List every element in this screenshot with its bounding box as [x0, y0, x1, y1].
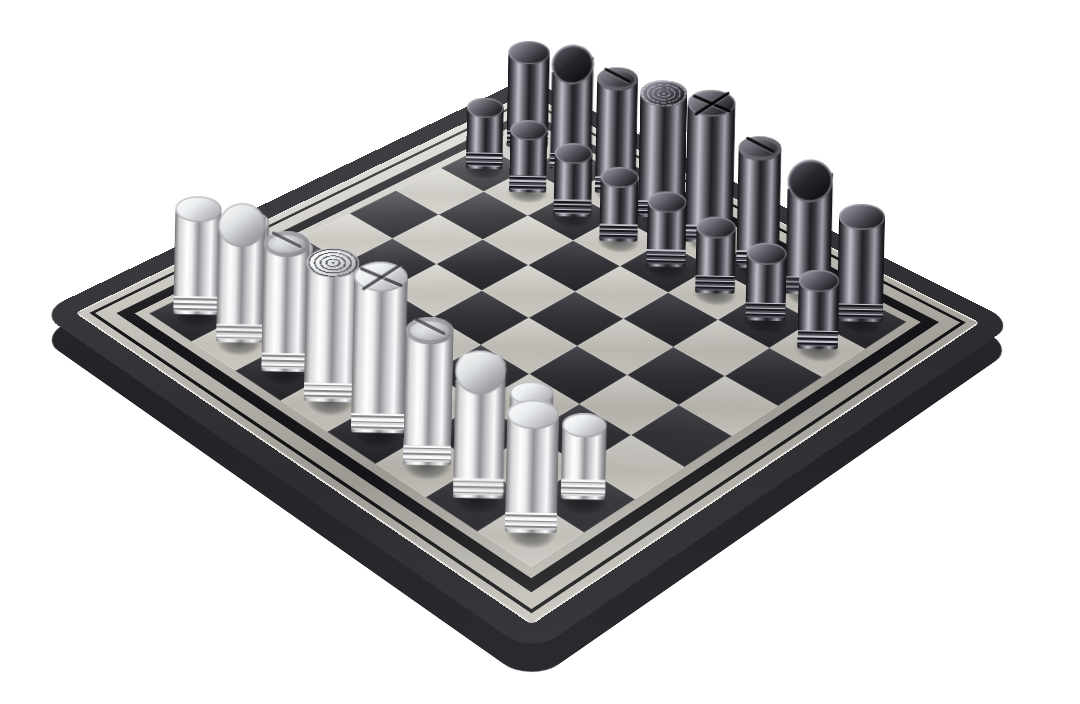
piece-base-rings — [453, 477, 504, 495]
white-rook[interactable] — [505, 399, 560, 533]
queen-concentric-rings — [640, 80, 687, 107]
board-3d-plane — [39, 78, 1015, 654]
queen-concentric-rings — [306, 247, 359, 278]
piece-top-cap — [406, 316, 454, 344]
black-pawn[interactable] — [797, 269, 839, 349]
piece-top-cap — [507, 399, 559, 429]
white-king[interactable] — [351, 261, 408, 433]
white-pawn[interactable] — [561, 412, 607, 499]
piece-base-rings — [261, 352, 307, 368]
white-knight[interactable] — [216, 209, 266, 342]
piece-top-cap — [738, 136, 781, 161]
piece-top-cap — [467, 97, 504, 118]
piece-base-rings — [797, 330, 838, 346]
product-photo — [0, 0, 1080, 704]
piece-top-cap — [264, 230, 310, 256]
white-rook[interactable] — [173, 195, 222, 314]
white-knight[interactable] — [452, 353, 506, 498]
piece-top-cap — [562, 412, 607, 438]
white-bishop[interactable] — [261, 230, 309, 372]
piece-top-cap — [175, 195, 222, 222]
playing-field — [78, 94, 977, 622]
board-tip-wrapper — [0, 0, 1080, 704]
piece-base-rings — [561, 479, 606, 497]
piece-base-rings — [304, 382, 357, 399]
piece-base-rings — [173, 296, 219, 312]
piece-top-cap — [508, 40, 550, 64]
white-bishop[interactable] — [403, 316, 454, 465]
piece-base-rings — [505, 512, 557, 530]
board-frame — [39, 78, 1015, 654]
piece-top-cap — [798, 269, 839, 293]
piece-top-cap — [597, 67, 638, 91]
piece-base-rings — [216, 323, 263, 339]
piece-base-rings — [351, 413, 405, 430]
piece-body — [351, 275, 408, 433]
piece-top-cap — [839, 203, 885, 230]
piece-base-rings — [403, 445, 451, 462]
